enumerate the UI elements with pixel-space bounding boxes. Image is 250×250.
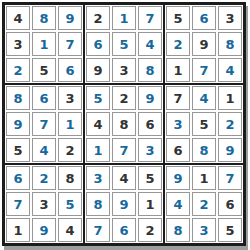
cell-r6c3[interactable]: 2 [58, 138, 82, 162]
cell-r2c9[interactable]: 8 [218, 32, 242, 56]
cell-r5c6[interactable]: 6 [138, 112, 162, 136]
cell-r6c6[interactable]: 3 [138, 138, 162, 162]
cell-r1c3[interactable]: 9 [58, 6, 82, 30]
cell-r2c5[interactable]: 5 [112, 32, 136, 56]
box-3-2: 345891762 [84, 164, 164, 244]
cell-r8c9[interactable]: 6 [218, 192, 242, 216]
cell-r5c8[interactable]: 5 [192, 112, 216, 136]
cell-r5c9[interactable]: 2 [218, 112, 242, 136]
cell-r3c1[interactable]: 2 [6, 58, 30, 82]
cell-r2c3[interactable]: 7 [58, 32, 82, 56]
cell-r6c5[interactable]: 7 [112, 138, 136, 162]
cell-r4c2[interactable]: 6 [32, 86, 56, 110]
cell-r8c4[interactable]: 8 [86, 192, 110, 216]
cell-r5c7[interactable]: 3 [166, 112, 190, 136]
cell-r4c6[interactable]: 9 [138, 86, 162, 110]
cell-r8c7[interactable]: 4 [166, 192, 190, 216]
cell-r6c2[interactable]: 4 [32, 138, 56, 162]
cell-r2c7[interactable]: 2 [166, 32, 190, 56]
cell-r3c6[interactable]: 8 [138, 58, 162, 82]
cell-r2c4[interactable]: 6 [86, 32, 110, 56]
cell-r9c5[interactable]: 6 [112, 218, 136, 242]
cell-r9c6[interactable]: 2 [138, 218, 162, 242]
page-background: 4893172562176549385632981748639715425294… [0, 0, 250, 246]
box-3-1: 628735194 [4, 164, 84, 244]
box-3-3: 917426835 [164, 164, 244, 244]
cell-r8c2[interactable]: 3 [32, 192, 56, 216]
cell-r7c3[interactable]: 8 [58, 166, 82, 190]
cell-r1c8[interactable]: 6 [192, 6, 216, 30]
cell-r5c5[interactable]: 8 [112, 112, 136, 136]
cell-r4c5[interactable]: 2 [112, 86, 136, 110]
cell-r6c9[interactable]: 9 [218, 138, 242, 162]
cell-r3c4[interactable]: 9 [86, 58, 110, 82]
cell-r1c7[interactable]: 5 [166, 6, 190, 30]
cell-r7c5[interactable]: 4 [112, 166, 136, 190]
cell-r1c6[interactable]: 7 [138, 6, 162, 30]
cell-r5c1[interactable]: 9 [6, 112, 30, 136]
cell-r7c1[interactable]: 6 [6, 166, 30, 190]
cell-r3c8[interactable]: 7 [192, 58, 216, 82]
box-1-1: 489317256 [4, 4, 84, 84]
cell-r3c2[interactable]: 5 [32, 58, 56, 82]
cell-r3c3[interactable]: 6 [58, 58, 82, 82]
cell-r4c3[interactable]: 3 [58, 86, 82, 110]
cell-r5c3[interactable]: 1 [58, 112, 82, 136]
cell-r6c8[interactable]: 8 [192, 138, 216, 162]
cell-r8c6[interactable]: 1 [138, 192, 162, 216]
cell-r9c8[interactable]: 3 [192, 218, 216, 242]
cell-r8c5[interactable]: 9 [112, 192, 136, 216]
cell-r9c3[interactable]: 4 [58, 218, 82, 242]
cell-r4c7[interactable]: 7 [166, 86, 190, 110]
box-1-2: 217654938 [84, 4, 164, 84]
cell-r1c4[interactable]: 2 [86, 6, 110, 30]
cell-r3c5[interactable]: 3 [112, 58, 136, 82]
cell-r2c6[interactable]: 4 [138, 32, 162, 56]
box-1-3: 563298174 [164, 4, 244, 84]
cell-r4c8[interactable]: 4 [192, 86, 216, 110]
cell-r8c1[interactable]: 7 [6, 192, 30, 216]
cell-r4c1[interactable]: 8 [6, 86, 30, 110]
cell-r9c4[interactable]: 7 [86, 218, 110, 242]
cell-r6c1[interactable]: 5 [6, 138, 30, 162]
cell-r6c4[interactable]: 1 [86, 138, 110, 162]
cell-r8c8[interactable]: 2 [192, 192, 216, 216]
cell-r2c2[interactable]: 1 [32, 32, 56, 56]
cell-r9c2[interactable]: 9 [32, 218, 56, 242]
cell-r1c5[interactable]: 1 [112, 6, 136, 30]
cell-r5c4[interactable]: 4 [86, 112, 110, 136]
box-2-2: 529486173 [84, 84, 164, 164]
cell-r7c4[interactable]: 3 [86, 166, 110, 190]
cell-r6c7[interactable]: 6 [166, 138, 190, 162]
box-2-3: 741352689 [164, 84, 244, 164]
cell-r7c8[interactable]: 1 [192, 166, 216, 190]
cell-r2c8[interactable]: 9 [192, 32, 216, 56]
cell-r4c4[interactable]: 5 [86, 86, 110, 110]
cell-r9c1[interactable]: 1 [6, 218, 30, 242]
cell-r3c7[interactable]: 1 [166, 58, 190, 82]
box-2-1: 863971542 [4, 84, 84, 164]
cell-r4c9[interactable]: 1 [218, 86, 242, 110]
cell-r5c2[interactable]: 7 [32, 112, 56, 136]
cell-r2c1[interactable]: 3 [6, 32, 30, 56]
cell-r8c3[interactable]: 5 [58, 192, 82, 216]
cell-r3c9[interactable]: 4 [218, 58, 242, 82]
cell-r7c6[interactable]: 5 [138, 166, 162, 190]
cell-r7c9[interactable]: 7 [218, 166, 242, 190]
cell-r7c7[interactable]: 9 [166, 166, 190, 190]
cell-r9c7[interactable]: 8 [166, 218, 190, 242]
cell-r7c2[interactable]: 2 [32, 166, 56, 190]
cell-r1c2[interactable]: 8 [32, 6, 56, 30]
cell-r1c1[interactable]: 4 [6, 6, 30, 30]
sudoku-board: 4893172562176549385632981748639715425294… [2, 2, 246, 246]
cell-r1c9[interactable]: 3 [218, 6, 242, 30]
cell-r9c9[interactable]: 5 [218, 218, 242, 242]
